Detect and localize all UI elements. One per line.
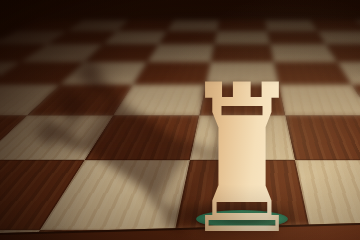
square[interactable] xyxy=(310,20,360,31)
white-rook-piece[interactable]: ♜ xyxy=(183,58,301,240)
square[interactable] xyxy=(167,20,219,31)
square[interactable] xyxy=(117,20,174,31)
chessboard-photo: ♜ ♜ xyxy=(0,0,360,240)
square[interactable] xyxy=(217,20,267,31)
square[interactable] xyxy=(265,20,317,31)
